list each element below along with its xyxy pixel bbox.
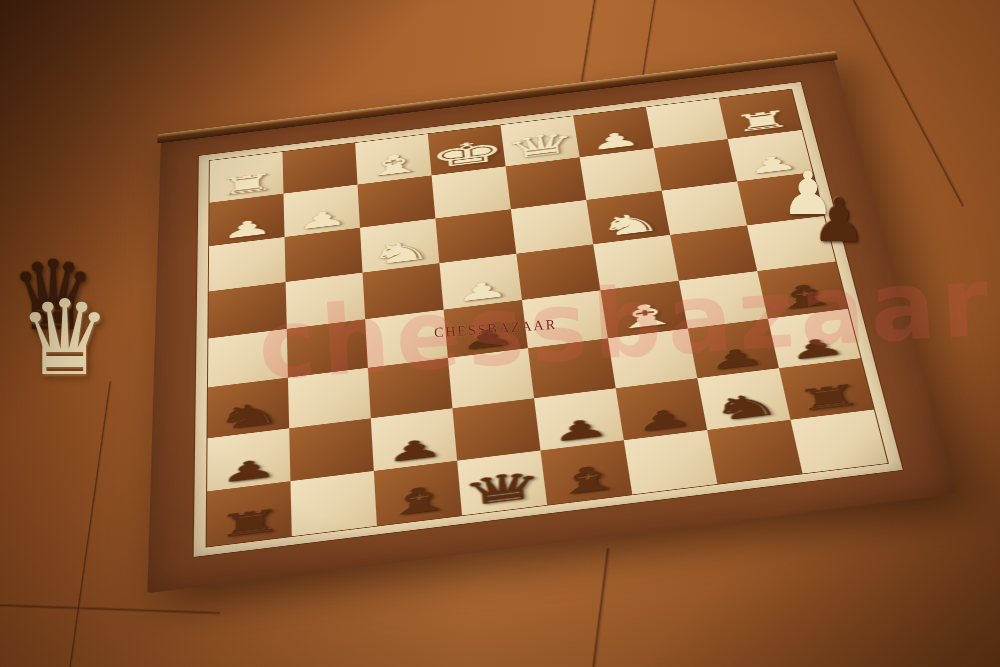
square[interactable]: [790, 410, 887, 474]
dark-pawn[interactable]: ♟: [219, 455, 278, 487]
dark-bishop[interactable]: ♝: [379, 479, 458, 522]
square[interactable]: ♜: [207, 481, 292, 547]
square[interactable]: ♛: [457, 450, 547, 515]
extra-white-queen[interactable]: ♛: [18, 286, 111, 390]
chess-board-wrapper: ♜♝♚♛♟♜♟♟♟♞♞♟♟♝♝♞♟♟♟♟♟♟♞♜♜♝♛♝: [110, 0, 935, 667]
square[interactable]: [290, 471, 376, 536]
dark-rook[interactable]: ♜: [214, 504, 283, 543]
table-plank-seam: [67, 381, 113, 667]
board-maple-border: ♜♝♚♛♟♜♟♟♟♞♞♟♟♝♝♞♟♟♟♟♟♟♞♜♜♝♛♝: [194, 82, 903, 557]
dark-pawn[interactable]: ♟: [704, 344, 766, 375]
square[interactable]: ♝: [374, 461, 462, 526]
dark-pawn[interactable]: ♟: [785, 334, 848, 365]
dark-knight[interactable]: ♞: [707, 388, 785, 427]
dark-pawn[interactable]: ♟: [549, 414, 611, 446]
dark-pawn[interactable]: ♟: [457, 324, 515, 354]
dark-rook[interactable]: ♜: [791, 379, 865, 416]
square[interactable]: ♝: [540, 440, 632, 505]
scene: ♜♝♚♛♟♜♟♟♟♞♞♟♟♝♝♞♟♟♟♟♟♟♞♜♜♝♛♝ ♛ ♛ ♟ ♟ che…: [0, 0, 1000, 667]
dark-queen[interactable]: ♛: [459, 465, 547, 512]
dark-pawn-on-frame[interactable]: ♟: [812, 190, 866, 250]
dark-pawn[interactable]: ♟: [384, 435, 444, 467]
dark-pawn[interactable]: ♟: [632, 404, 695, 436]
chess-board-frame: ♜♝♚♛♟♜♟♟♟♞♞♟♟♝♝♞♟♟♟♟♟♟♞♜♜♝♛♝: [147, 56, 956, 593]
square[interactable]: [624, 430, 718, 494]
square[interactable]: [707, 420, 802, 484]
dark-bishop[interactable]: ♝: [547, 459, 628, 502]
